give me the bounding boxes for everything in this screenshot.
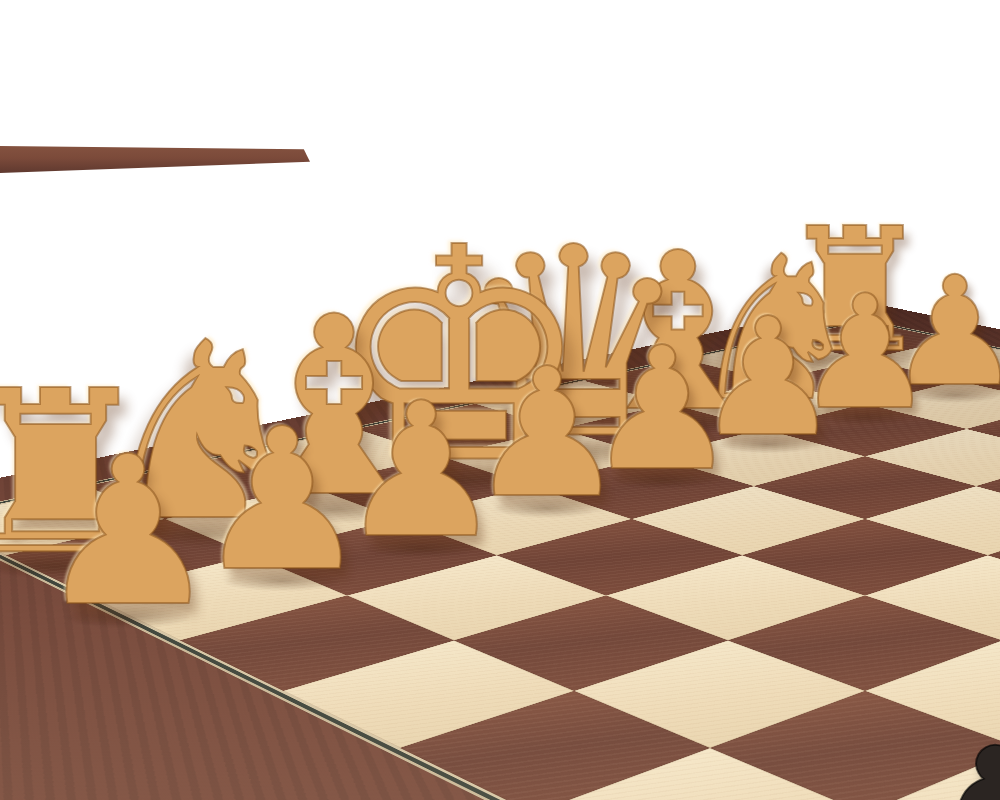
- board-scene: [0, 0, 1000, 800]
- chess-board: [0, 302, 1000, 800]
- product-photo-stage: ♜ ♞ ♝ ♚ ♛ ♝ ♞ ♜ ♟ ♟ ♟ ♟ ♟ ♟ ♟ ♟ ♟: [0, 0, 1000, 800]
